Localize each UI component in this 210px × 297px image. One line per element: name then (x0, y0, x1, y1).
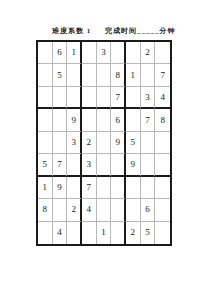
cell-r5c8-empty (141, 132, 156, 154)
cell-r1c9-empty (155, 42, 170, 64)
cell-r1c7-empty (126, 42, 141, 64)
cell-r7c4-given: 7 (82, 177, 97, 199)
cell-r4c2-empty (53, 109, 68, 131)
cell-r4c8-given: 7 (141, 109, 156, 131)
cell-r2c6-given: 8 (111, 64, 126, 86)
cell-r6c8-empty (141, 154, 156, 176)
cell-r7c6-empty (111, 177, 126, 199)
cell-r2c3-empty (67, 64, 82, 86)
cell-r8c4-given: 4 (82, 199, 97, 221)
cell-r5c6-given: 9 (111, 132, 126, 154)
cell-r3c4-empty (82, 87, 97, 109)
cell-r5c1-empty (38, 132, 53, 154)
cell-r4c7-empty (126, 109, 141, 131)
cell-r9c7-given: 2 (126, 222, 141, 244)
cell-r4c1-empty (38, 109, 53, 131)
completion-blank-line: _____ (137, 27, 160, 35)
cell-r6c6-empty (111, 154, 126, 176)
cell-r5c3-given: 3 (67, 132, 82, 154)
cell-r9c6-empty (111, 222, 126, 244)
cell-r5c7-given: 5 (126, 132, 141, 154)
cell-r3c1-empty (38, 87, 53, 109)
cell-r2c4-empty (82, 64, 97, 86)
cell-r2c1-empty (38, 64, 53, 86)
cell-r4c5-empty (97, 109, 112, 131)
completion-label-text: 完成时间 (105, 27, 137, 35)
cell-r8c9-empty (155, 199, 170, 221)
cell-r2c2-given: 5 (53, 64, 68, 86)
cell-r2c9-given: 7 (155, 64, 170, 86)
page-header: 难度系数 1 完成时间_____分钟 (0, 26, 210, 36)
cell-r8c7-empty (126, 199, 141, 221)
cell-r6c1-given: 5 (38, 154, 53, 176)
cell-r4c4-empty (82, 109, 97, 131)
cell-r8c3-given: 2 (67, 199, 82, 221)
cell-r8c2-empty (53, 199, 68, 221)
cell-r6c2-given: 7 (53, 154, 68, 176)
cell-r5c4-given: 2 (82, 132, 97, 154)
cell-r1c5-given: 3 (97, 42, 112, 64)
cell-r7c8-empty (141, 177, 156, 199)
cell-r8c6-empty (111, 199, 126, 221)
cell-r6c3-empty (67, 154, 82, 176)
cell-r2c8-empty (141, 64, 156, 86)
sudoku-board: 6132581773496783295573919782464125 (36, 40, 172, 246)
cell-r5c9-empty (155, 132, 170, 154)
cell-r3c8-given: 3 (141, 87, 156, 109)
cell-r3c7-empty (126, 87, 141, 109)
cell-r1c1-empty (38, 42, 53, 64)
cell-r7c2-given: 9 (53, 177, 68, 199)
completion-unit-text: 分钟 (160, 27, 176, 35)
cell-r5c5-empty (97, 132, 112, 154)
cell-r1c6-empty (111, 42, 126, 64)
cell-r5c2-empty (53, 132, 68, 154)
cell-r6c9-empty (155, 154, 170, 176)
cell-r8c1-given: 8 (38, 199, 53, 221)
cell-r6c5-empty (97, 154, 112, 176)
cell-r7c1-given: 1 (38, 177, 53, 199)
cell-r9c8-given: 5 (141, 222, 156, 244)
cell-r1c3-given: 1 (67, 42, 82, 64)
cell-r9c9-empty (155, 222, 170, 244)
cell-r3c6-given: 7 (111, 87, 126, 109)
cell-r7c7-empty (126, 177, 141, 199)
cell-r7c9-empty (155, 177, 170, 199)
cell-r1c2-given: 6 (53, 42, 68, 64)
cell-r9c1-empty (38, 222, 53, 244)
cell-r1c4-empty (82, 42, 97, 64)
cell-r9c5-given: 1 (97, 222, 112, 244)
cell-r3c3-empty (67, 87, 82, 109)
cell-r3c2-empty (53, 87, 68, 109)
cell-r9c3-empty (67, 222, 82, 244)
cell-r4c9-given: 8 (155, 109, 170, 131)
cell-r8c5-empty (97, 199, 112, 221)
cell-r1c8-given: 2 (141, 42, 156, 64)
cell-r2c5-empty (97, 64, 112, 86)
cell-r7c5-empty (97, 177, 112, 199)
cell-r3c5-empty (97, 87, 112, 109)
cell-r9c2-given: 4 (53, 222, 68, 244)
difficulty-label: 难度系数 1 (52, 26, 91, 36)
cell-r7c3-empty (67, 177, 82, 199)
cell-r2c7-given: 1 (126, 64, 141, 86)
cell-r4c6-given: 6 (111, 109, 126, 131)
cell-r4c3-given: 9 (67, 109, 82, 131)
cell-r3c9-given: 4 (155, 87, 170, 109)
completion-time-label: 完成时间_____分钟 (105, 26, 176, 36)
cell-r6c4-given: 3 (82, 154, 97, 176)
cell-r6c7-given: 9 (126, 154, 141, 176)
cell-r9c4-empty (82, 222, 97, 244)
cell-r8c8-given: 6 (141, 199, 156, 221)
